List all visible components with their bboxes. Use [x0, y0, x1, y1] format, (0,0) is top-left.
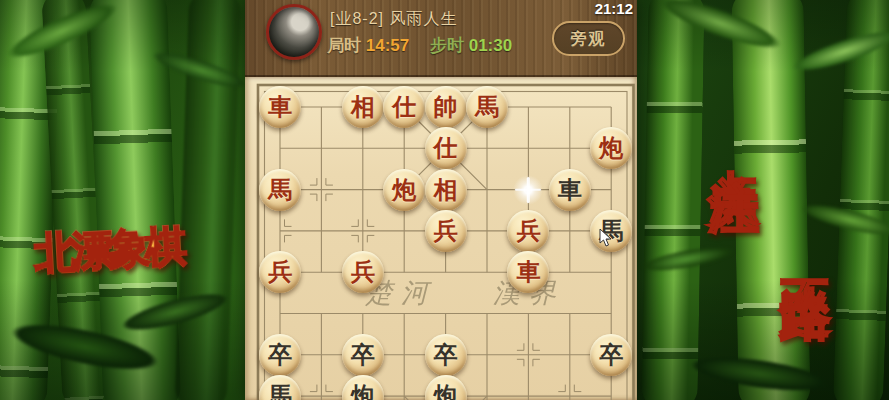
piece-black-i3[interactable]: 馬 — [590, 210, 632, 252]
piece-glyph: 兵 — [434, 219, 458, 243]
right-slogan-top-text: 点关注 — [699, 128, 769, 143]
piece-glyph: 卒 — [599, 343, 623, 367]
piece-glyph: 炮 — [392, 178, 416, 202]
piece-red-e0[interactable]: 帥 — [425, 86, 467, 128]
piece-glyph: 馬 — [599, 219, 623, 243]
piece-black-a6[interactable]: 卒 — [259, 334, 301, 376]
piece-glyph: 車 — [516, 260, 540, 284]
game-panel: [业8-2] 风雨人生 局时 14:57 步时 01:30 旁观 21:12 楚… — [245, 0, 637, 400]
piece-red-e2[interactable]: 相 — [425, 169, 467, 211]
piece-glyph: 炮 — [434, 384, 458, 400]
piece-glyph: 卒 — [268, 343, 292, 367]
player-name: 风雨人生 — [389, 10, 457, 27]
xiangqi-board[interactable]: 楚河漢界車相仕帥馬仕炮馬炮相車兵兵馬兵兵車卒卒卒卒馬炮炮 — [245, 77, 637, 400]
top-bar: [业8-2] 风雨人生 局时 14:57 步时 01:30 旁观 21:12 — [245, 0, 637, 77]
piece-red-c4[interactable]: 兵 — [342, 251, 384, 293]
game-time-value: 14:57 — [366, 36, 409, 55]
piece-glyph: 相 — [434, 178, 458, 202]
piece-glyph: 卒 — [434, 343, 458, 367]
game-time-label: 局时 — [327, 36, 361, 55]
piece-black-c6[interactable]: 卒 — [342, 334, 384, 376]
piece-glyph: 炮 — [351, 384, 375, 400]
piece-red-c0[interactable]: 相 — [342, 86, 384, 128]
piece-red-d0[interactable]: 仕 — [383, 86, 425, 128]
piece-glyph: 炮 — [599, 136, 623, 160]
piece-red-d2[interactable]: 炮 — [383, 169, 425, 211]
player-rank-tag: [业8-2] — [330, 10, 384, 27]
piece-glyph: 仕 — [434, 136, 458, 160]
piece-red-g3[interactable]: 兵 — [507, 210, 549, 252]
piece-glyph: 兵 — [351, 260, 375, 284]
piece-red-a2[interactable]: 馬 — [259, 169, 301, 211]
move-time-value: 01:30 — [469, 36, 512, 55]
player-name-line: [业8-2] 风雨人生 — [330, 9, 457, 30]
bamboo-stalk — [641, 0, 704, 400]
timer-line: 局时 14:57 步时 01:30 — [327, 34, 512, 57]
piece-red-f0[interactable]: 馬 — [466, 86, 508, 128]
piece-black-h2[interactable]: 車 — [549, 169, 591, 211]
piece-red-e1[interactable]: 仕 — [425, 127, 467, 169]
spectate-button[interactable]: 旁观 — [552, 21, 625, 56]
piece-black-e6[interactable]: 卒 — [425, 334, 467, 376]
piece-glyph: 馬 — [268, 384, 292, 400]
piece-glyph: 車 — [268, 95, 292, 119]
piece-red-a0[interactable]: 車 — [259, 86, 301, 128]
piece-glyph: 相 — [351, 95, 375, 119]
piece-glyph: 兵 — [268, 260, 292, 284]
piece-red-e3[interactable]: 兵 — [425, 210, 467, 252]
piece-glyph: 卒 — [351, 343, 375, 367]
move-time-label: 步时 — [430, 36, 464, 55]
piece-red-a4[interactable]: 兵 — [259, 251, 301, 293]
left-slogan-text: 北漂象棋 — [33, 218, 184, 282]
piece-glyph: 馬 — [475, 95, 499, 119]
piece-black-i6[interactable]: 卒 — [590, 334, 632, 376]
right-slogan-bottom-text: 不迷路 — [771, 239, 841, 254]
piece-glyph: 帥 — [434, 95, 458, 119]
player-avatar[interactable] — [266, 4, 322, 60]
system-clock: 21:12 — [595, 0, 633, 17]
piece-glyph: 車 — [558, 178, 582, 202]
piece-glyph: 兵 — [516, 219, 540, 243]
piece-glyph: 馬 — [268, 178, 292, 202]
piece-glyph: 仕 — [392, 95, 416, 119]
